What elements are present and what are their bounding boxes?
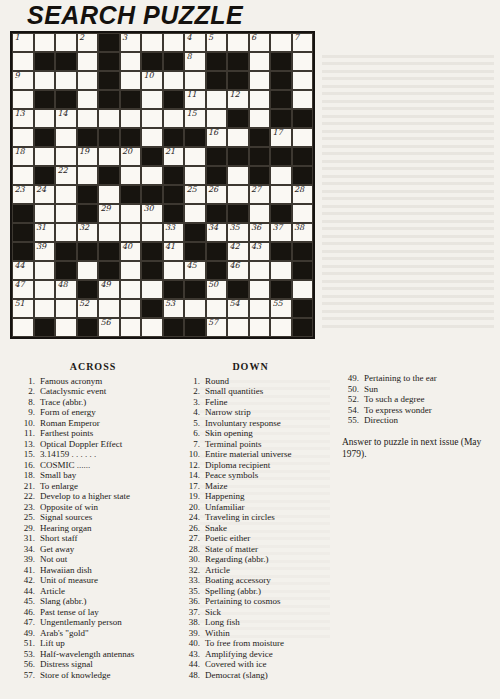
grid-cell[interactable]: [141, 128, 163, 147]
clue-item: 44.Article: [18, 586, 183, 597]
cell-number: 56: [101, 318, 111, 327]
grid-cell[interactable]: [292, 52, 314, 71]
grid-cell[interactable]: 34: [206, 223, 228, 242]
clue-number: 17.: [183, 481, 200, 492]
grid-cell[interactable]: [34, 71, 56, 90]
grid-cell[interactable]: [227, 33, 249, 52]
cell-number: 34: [208, 223, 218, 232]
grid-cell[interactable]: [249, 280, 271, 299]
grid-cell[interactable]: [206, 299, 228, 318]
grid-cell[interactable]: [34, 261, 56, 280]
grid-cell[interactable]: [77, 90, 99, 109]
page-bleed-through: [322, 55, 494, 330]
black-cell: [206, 261, 228, 280]
grid-cell[interactable]: [120, 261, 142, 280]
black-cell: [120, 90, 142, 109]
black-cell: [163, 166, 185, 185]
grid-cell[interactable]: [34, 280, 56, 299]
black-cell: [98, 33, 120, 52]
clue-text: Optical Doppler Effect: [35, 439, 122, 450]
clue-text: Unfamiliar: [200, 502, 245, 513]
clue-item: 21.To enlarge: [18, 481, 183, 492]
grid-cell[interactable]: 30: [141, 204, 163, 223]
grid-cell[interactable]: 26: [206, 185, 228, 204]
black-cell: [270, 90, 292, 109]
grid-cell[interactable]: 9: [12, 71, 34, 90]
clue-number: 18.: [18, 470, 35, 481]
grid-cell[interactable]: [141, 109, 163, 128]
grid-cell[interactable]: [141, 90, 163, 109]
clue-item: 33.Boating accessory: [183, 575, 341, 586]
grid-cell[interactable]: [77, 261, 99, 280]
grid-cell[interactable]: [77, 52, 99, 71]
clue-item: 16.COSMIC ......: [18, 460, 183, 471]
cell-number: 2: [79, 33, 84, 42]
black-cell: [77, 204, 99, 223]
grid-cell[interactable]: [55, 299, 77, 318]
grid-cell[interactable]: 38: [292, 223, 314, 242]
grid-cell[interactable]: 13: [12, 109, 34, 128]
grid-cell[interactable]: 11: [184, 90, 206, 109]
clue-text: Article: [35, 586, 65, 597]
grid-cell[interactable]: [270, 185, 292, 204]
clue-text: Boating accessory: [200, 575, 271, 586]
black-cell: [206, 147, 228, 166]
clue-text: Direction: [359, 415, 398, 426]
grid-cell[interactable]: [98, 185, 120, 204]
clue-item: 28.State of matter: [183, 544, 341, 555]
grid-cell[interactable]: [163, 109, 185, 128]
clue-number: 31.: [18, 533, 35, 544]
grid-cell[interactable]: 35: [227, 223, 249, 242]
grid-cell[interactable]: [292, 71, 314, 90]
grid-cell[interactable]: [55, 128, 77, 147]
cell-number: 44: [15, 261, 25, 270]
clue-text: Unit of measure: [35, 575, 98, 586]
clue-number: 44.: [18, 586, 35, 597]
clue-item: 37.Sick: [183, 607, 341, 618]
clue-number: 28.: [183, 544, 200, 555]
cell-number: 57: [208, 318, 218, 327]
cell-number: 30: [144, 204, 154, 213]
clue-item: 49.Arab's "gold": [18, 628, 183, 639]
grid-cell[interactable]: [120, 299, 142, 318]
grid-cell[interactable]: [292, 204, 314, 223]
clue-text: Develop to a higher state: [35, 491, 130, 502]
grid-cell[interactable]: 39: [34, 242, 56, 261]
grid-cell[interactable]: [77, 71, 99, 90]
grid-cell[interactable]: 52: [77, 299, 99, 318]
black-cell: [12, 204, 34, 223]
grid-cell[interactable]: [206, 90, 228, 109]
clue-text: Not out: [35, 554, 67, 565]
grid-cell[interactable]: [34, 204, 56, 223]
cell-number: 17: [273, 128, 283, 137]
cell-number: 10: [144, 71, 154, 80]
grid-cell[interactable]: [120, 71, 142, 90]
cell-number: 6: [251, 33, 256, 42]
grid-cell[interactable]: 7: [292, 33, 314, 52]
clue-text: To such a degree: [359, 394, 425, 405]
clue-number: 36.: [183, 596, 200, 607]
cell-number: 7: [294, 33, 299, 42]
grid-cell[interactable]: 5: [206, 33, 228, 52]
grid-cell[interactable]: 48: [55, 280, 77, 299]
clue-text: Arab's "gold": [35, 628, 89, 639]
clue-item: 36.Pertaining to cosmos: [183, 596, 341, 607]
clue-number: 4.: [183, 407, 200, 418]
clue-text: Long fish: [200, 617, 240, 628]
grid-cell[interactable]: [141, 223, 163, 242]
cell-number: 24: [36, 185, 46, 194]
grid-cell[interactable]: 27: [249, 185, 271, 204]
clue-number: 23.: [18, 502, 35, 513]
black-cell: [141, 147, 163, 166]
grid-cell[interactable]: [12, 90, 34, 109]
grid-cell[interactable]: [227, 185, 249, 204]
black-cell: [98, 128, 120, 147]
grid-cell[interactable]: 14: [55, 109, 77, 128]
clue-text: Farthest points: [35, 428, 93, 439]
grid-cell[interactable]: 22: [55, 166, 77, 185]
grid-cell[interactable]: [184, 147, 206, 166]
black-cell: [98, 90, 120, 109]
clue-item: 35.Spelling (abbr.): [183, 586, 341, 597]
grid-cell[interactable]: [12, 128, 34, 147]
clue-number: 42.: [18, 575, 35, 586]
grid-cell[interactable]: 42: [227, 242, 249, 261]
grid-cell[interactable]: 17: [270, 128, 292, 147]
cell-number: 1: [15, 33, 20, 42]
clue-text: Distress signal: [35, 659, 93, 670]
grid-cell[interactable]: [292, 280, 314, 299]
grid-cell[interactable]: [98, 223, 120, 242]
cell-number: 39: [36, 242, 46, 251]
grid-cell[interactable]: [34, 147, 56, 166]
grid-cell[interactable]: [184, 166, 206, 185]
grid-cell[interactable]: 31: [34, 223, 56, 242]
cell-number: 9: [15, 71, 20, 80]
black-cell: [141, 52, 163, 71]
grid-cell[interactable]: [55, 71, 77, 90]
grid-cell[interactable]: 54: [227, 299, 249, 318]
black-cell: [249, 166, 271, 185]
black-cell: [206, 242, 228, 261]
grid-cell[interactable]: [141, 280, 163, 299]
grid-cell[interactable]: 25: [184, 185, 206, 204]
black-cell: [34, 318, 56, 337]
grid-cell[interactable]: [249, 261, 271, 280]
black-cell: [206, 166, 228, 185]
grid-cell[interactable]: 29: [98, 204, 120, 223]
clue-text: Small bay: [35, 470, 76, 481]
grid-cell[interactable]: [249, 204, 271, 223]
grid-cell[interactable]: [55, 185, 77, 204]
grid-cell[interactable]: [120, 109, 142, 128]
black-cell: [77, 128, 99, 147]
cell-number: 23: [15, 185, 25, 194]
clue-text: Famous acronym: [35, 376, 102, 387]
grid-cell[interactable]: [77, 166, 99, 185]
black-cell: [270, 204, 292, 223]
grid-cell[interactable]: [163, 261, 185, 280]
clue-text: Article: [200, 565, 230, 576]
grid-cell[interactable]: 20: [120, 147, 142, 166]
grid-cell[interactable]: 57: [206, 318, 228, 337]
grid-cell[interactable]: 10: [141, 71, 163, 90]
grid-cell[interactable]: [163, 33, 185, 52]
black-cell: [34, 166, 56, 185]
grid-cell[interactable]: [206, 109, 228, 128]
clue-text: Feline: [200, 397, 228, 408]
across-list: 1.Famous acronym2.Cataclysmic event8.Tra…: [18, 376, 183, 681]
grid-cell[interactable]: [12, 318, 34, 337]
grid-cell[interactable]: [55, 318, 77, 337]
grid-cell[interactable]: [292, 90, 314, 109]
clue-number: 2.: [183, 386, 200, 397]
black-cell: [163, 128, 185, 147]
down-header: DOWN: [183, 362, 318, 373]
clue-number: 1.: [183, 376, 200, 387]
clue-item: 24.Traveling in circles: [183, 512, 341, 523]
black-cell: [55, 261, 77, 280]
black-cell: [227, 109, 249, 128]
grid-cell[interactable]: 46: [227, 261, 249, 280]
grid-cell[interactable]: [227, 166, 249, 185]
clue-number: 57.: [18, 670, 35, 681]
grid-cell[interactable]: [249, 299, 271, 318]
down-clues: DOWN 1.Round2.Small quantities3.Feline4.…: [183, 362, 341, 680]
grid-cell[interactable]: [55, 204, 77, 223]
grid-cell[interactable]: [55, 223, 77, 242]
grid-cell[interactable]: [249, 318, 271, 337]
clue-item: 4.Narrow strip: [183, 407, 341, 418]
clue-text: Entire material universe: [200, 449, 291, 460]
grid-cell[interactable]: [249, 52, 271, 71]
clue-item: 42.Unit of measure: [18, 575, 183, 586]
grid-cell[interactable]: 23: [12, 185, 34, 204]
clue-item: 53.Half-wavelength antennas: [18, 649, 183, 660]
cell-number: 12: [230, 90, 240, 99]
black-cell: [34, 90, 56, 109]
grid-cell[interactable]: [141, 318, 163, 337]
cell-number: 50: [208, 280, 218, 289]
cell-number: 22: [58, 166, 68, 175]
grid-cell[interactable]: [120, 318, 142, 337]
grid-cell[interactable]: 16: [206, 128, 228, 147]
grid-cell[interactable]: 32: [77, 223, 99, 242]
clue-text: Regarding (abbr.): [200, 554, 268, 565]
grid-cell[interactable]: 6: [249, 33, 271, 52]
grid-cell[interactable]: 41: [163, 242, 185, 261]
black-cell: [292, 109, 314, 128]
black-cell: [120, 185, 142, 204]
grid-cell[interactable]: 47: [12, 280, 34, 299]
clue-text: Get away: [35, 544, 74, 555]
clue-item: 20.Unfamiliar: [183, 502, 341, 513]
grid-cell[interactable]: [184, 71, 206, 90]
grid-cell[interactable]: [55, 33, 77, 52]
black-cell: [184, 242, 206, 261]
grid-cell[interactable]: [98, 109, 120, 128]
black-cell: [227, 280, 249, 299]
clue-item: 56.Distress signal: [18, 659, 183, 670]
black-cell: [98, 261, 120, 280]
grid-cell[interactable]: [270, 166, 292, 185]
clue-text: Sun: [359, 384, 378, 395]
cell-number: 53: [165, 299, 175, 308]
clue-text: COSMIC ......: [35, 460, 90, 471]
clue-number: 34.: [18, 544, 35, 555]
black-cell: [163, 318, 185, 337]
clue-item: 9.Form of energy: [18, 407, 183, 418]
grid-cell[interactable]: [98, 299, 120, 318]
clue-number: 7.: [183, 439, 200, 450]
clue-item: 1.Round: [183, 376, 341, 387]
clue-text: Hearing organ: [35, 523, 92, 534]
clue-item: 18.Small bay: [18, 470, 183, 481]
grid-cell[interactable]: [270, 33, 292, 52]
grid-cell[interactable]: [77, 109, 99, 128]
cell-number: 19: [79, 147, 89, 156]
black-cell: [141, 242, 163, 261]
black-cell: [98, 52, 120, 71]
clue-number: 26.: [183, 523, 200, 534]
down-list: 1.Round2.Small quantities3.Feline4.Narro…: [183, 376, 341, 681]
clue-item: 29.Hearing organ: [18, 523, 183, 534]
clue-item: 40.To free from moisture: [183, 638, 341, 649]
grid-cell[interactable]: [12, 166, 34, 185]
grid-cell[interactable]: [184, 204, 206, 223]
grid-cell[interactable]: 50: [206, 280, 228, 299]
clue-item: 2.Small quantities: [183, 386, 341, 397]
grid-cell[interactable]: [55, 147, 77, 166]
down-continued-list: 49.Pertaining to the ear50.Sun52.To such…: [342, 373, 498, 426]
cell-number: 8: [187, 52, 192, 61]
grid-cell[interactable]: [120, 52, 142, 71]
clue-item: 13.Optical Doppler Effect: [18, 439, 183, 450]
grid-cell[interactable]: 44: [12, 261, 34, 280]
grid-cell[interactable]: 19: [77, 147, 99, 166]
black-cell: [184, 318, 206, 337]
grid-cell[interactable]: 3: [120, 33, 142, 52]
grid-cell[interactable]: [270, 261, 292, 280]
grid-cell[interactable]: [270, 318, 292, 337]
down-clues-continued: 49.Pertaining to the ear50.Sun52.To such…: [342, 373, 498, 426]
grid-cell[interactable]: 37: [270, 223, 292, 242]
grid-cell[interactable]: [34, 109, 56, 128]
grid-cell[interactable]: [249, 109, 271, 128]
clue-number: 35.: [183, 586, 200, 597]
clue-number: 55.: [342, 415, 359, 426]
clue-number: 54.: [342, 405, 359, 416]
clue-item: 44.Covered with ice: [183, 659, 341, 670]
grid-cell[interactable]: [34, 33, 56, 52]
grid-cell[interactable]: 28: [292, 185, 314, 204]
clue-item: 38.Long fish: [183, 617, 341, 628]
grid-cell[interactable]: [141, 166, 163, 185]
grid-cell[interactable]: 2: [77, 33, 99, 52]
clue-number: 37.: [183, 607, 200, 618]
grid-cell[interactable]: [12, 52, 34, 71]
grid-cell[interactable]: 56: [98, 318, 120, 337]
grid-cell[interactable]: [120, 223, 142, 242]
grid-cell[interactable]: 33: [163, 223, 185, 242]
cell-number: 11: [187, 90, 197, 99]
grid-cell[interactable]: [120, 166, 142, 185]
cell-number: 51: [15, 299, 25, 308]
black-cell: [292, 242, 314, 261]
clue-number: 29.: [18, 523, 35, 534]
black-cell: [292, 318, 314, 337]
clue-item: 48.Democrat (slang): [183, 670, 341, 681]
grid-cell[interactable]: 4: [184, 33, 206, 52]
grid-cell[interactable]: [227, 128, 249, 147]
cell-number: 33: [165, 223, 175, 232]
clue-item: 7.Terminal points: [183, 439, 341, 450]
clue-number: 9.: [18, 407, 35, 418]
black-cell: [270, 147, 292, 166]
grid-cell[interactable]: [34, 299, 56, 318]
clue-number: 22.: [18, 491, 35, 502]
grid-cell[interactable]: [249, 90, 271, 109]
grid-cell[interactable]: 43: [249, 242, 271, 261]
grid-cell[interactable]: [184, 299, 206, 318]
grid-cell[interactable]: 24: [34, 185, 56, 204]
clue-item: 26.Snake: [183, 523, 341, 534]
grid-cell[interactable]: [292, 128, 314, 147]
grid-cell[interactable]: 55: [270, 299, 292, 318]
grid-cell[interactable]: 53: [163, 299, 185, 318]
cell-number: 3: [122, 33, 127, 42]
clue-item: 11.Farthest points: [18, 428, 183, 439]
clue-text: To enlarge: [35, 481, 78, 492]
grid-cell[interactable]: [98, 147, 120, 166]
grid-cell[interactable]: 12: [227, 90, 249, 109]
grid-cell[interactable]: [227, 318, 249, 337]
clue-number: 46.: [18, 607, 35, 618]
clue-text: To free from moisture: [200, 638, 284, 649]
clue-text: Past tense of lay: [35, 607, 99, 618]
grid-cell[interactable]: 21: [163, 147, 185, 166]
black-cell: [77, 318, 99, 337]
black-cell: [227, 147, 249, 166]
clue-text: Trace (abbr.): [35, 397, 86, 408]
cell-number: 49: [101, 280, 111, 289]
grid-cell[interactable]: [249, 71, 271, 90]
grid-cell[interactable]: 36: [249, 223, 271, 242]
grid-cell[interactable]: 8: [184, 52, 206, 71]
grid-cell[interactable]: [120, 204, 142, 223]
grid-cell[interactable]: 51: [12, 299, 34, 318]
black-cell: [98, 166, 120, 185]
clue-item: 2.Cataclysmic event: [18, 386, 183, 397]
clue-text: Spelling (abbr.): [200, 586, 261, 597]
grid-cell[interactable]: 49: [98, 280, 120, 299]
grid-cell[interactable]: [163, 71, 185, 90]
grid-cell[interactable]: [120, 280, 142, 299]
grid-cell[interactable]: 15: [184, 109, 206, 128]
clue-text: Sick: [200, 607, 221, 618]
cell-number: 43: [251, 242, 261, 251]
clue-number: 15.: [18, 449, 35, 460]
grid-cell[interactable]: 40: [120, 242, 142, 261]
grid-cell[interactable]: [141, 33, 163, 52]
grid-cell[interactable]: 1: [12, 33, 34, 52]
grid-cell[interactable]: 18: [12, 147, 34, 166]
clue-number: 47.: [18, 617, 35, 628]
grid-cell[interactable]: 45: [184, 261, 206, 280]
